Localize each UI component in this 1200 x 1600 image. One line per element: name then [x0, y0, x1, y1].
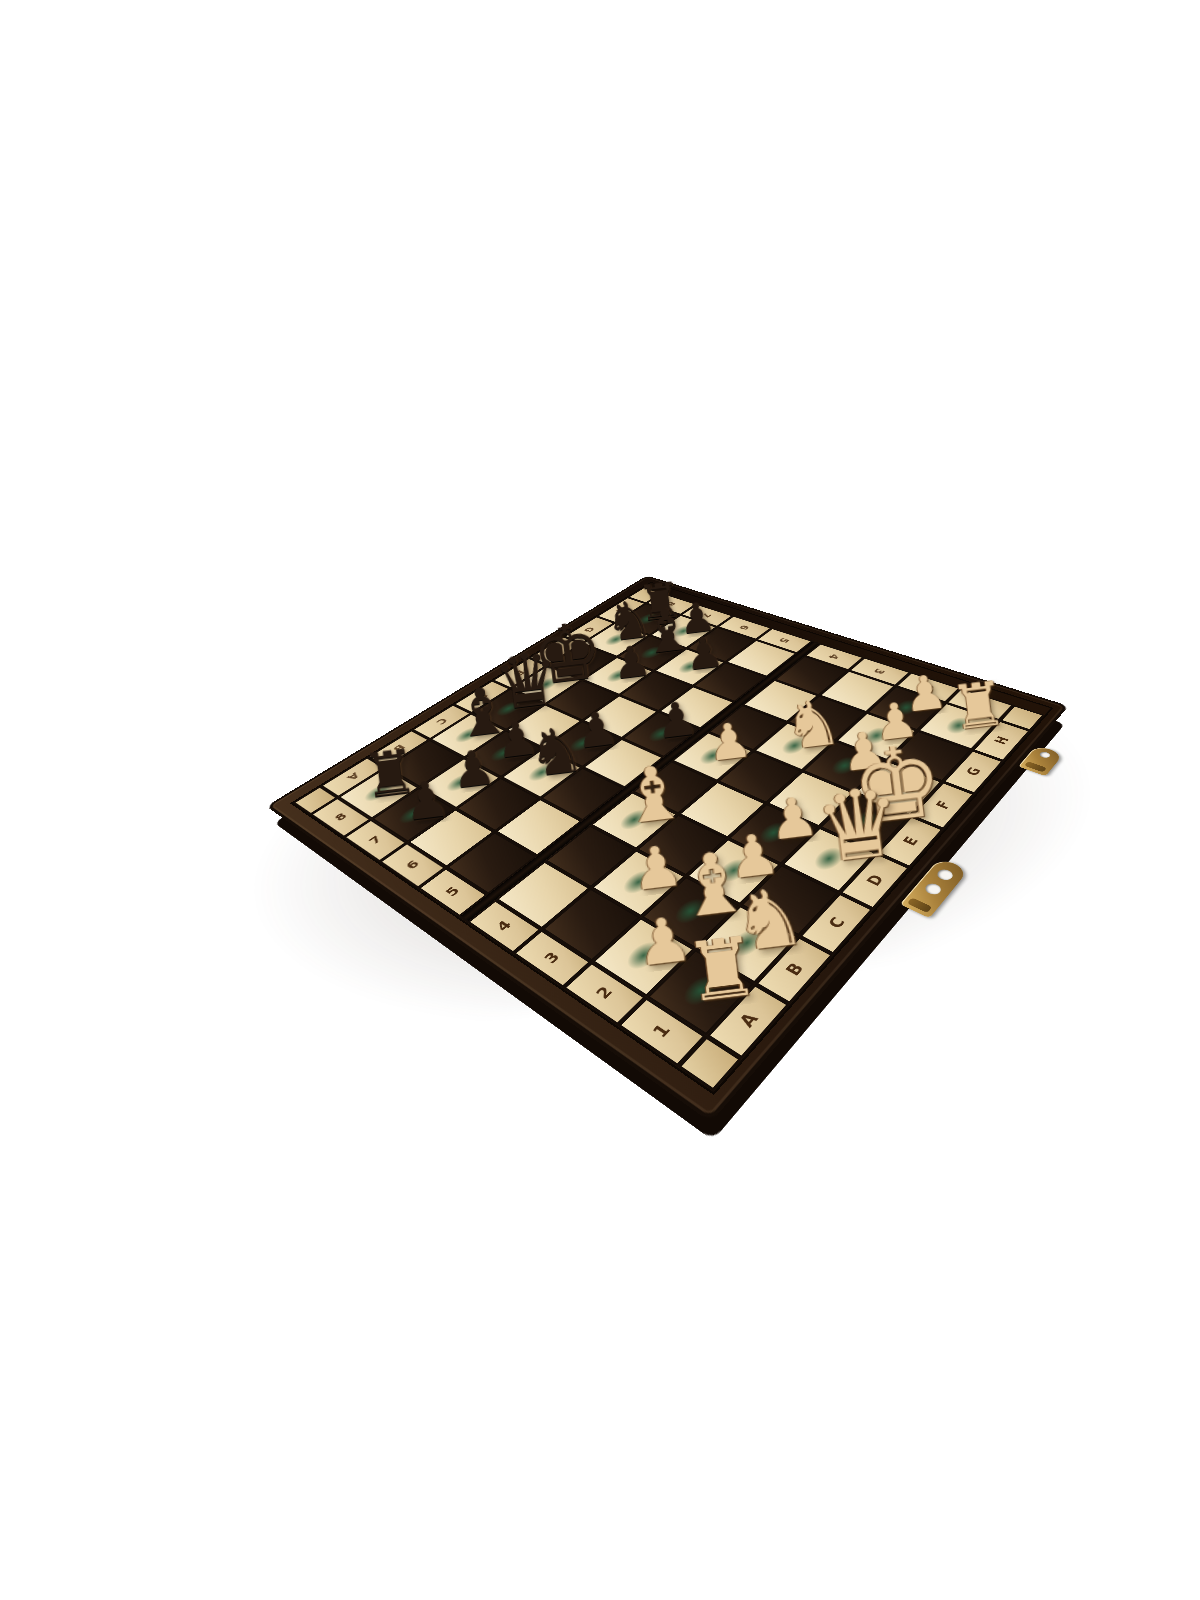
piece-white-pawn-e4[interactable]: ♟	[699, 716, 759, 769]
rank-label-left-3-text: 3	[541, 949, 564, 966]
piece-white-knight-f3[interactable]: ♞	[781, 692, 843, 758]
piece-white-bishop-c4[interactable]: ♝	[616, 757, 684, 835]
rank-label-left-6-text: 6	[403, 858, 422, 871]
rank-label-left-5-text: 5	[442, 884, 462, 898]
piece-black-pawn-a7[interactable]: ♟	[396, 774, 458, 829]
file-label-far-a-text: A	[344, 771, 362, 782]
rank-label-right-4-text: 4	[826, 653, 843, 661]
file-label-near-c-text: C	[824, 914, 848, 931]
rank-label-left-2-text: 2	[592, 983, 616, 1001]
piece-white-rook-h1[interactable]: ♜	[948, 674, 1010, 739]
piece-black-pawn-g6[interactable]: ♟	[678, 630, 731, 676]
file-label-near-d-text: D	[863, 872, 887, 888]
rank-label-left-4-text: 4	[493, 918, 514, 934]
file-label-near-h-text: H	[991, 735, 1012, 746]
piece-black-pawn-e5[interactable]: ♟	[648, 695, 706, 746]
piece-white-queen-d1[interactable]: ♛	[811, 778, 886, 876]
file-label-near-g-text: G	[963, 765, 985, 777]
piece-black-pawn-f7[interactable]: ♟	[605, 639, 658, 685]
rank-label-left-7-text: 7	[366, 834, 384, 846]
rank-label-left-1-text: 1	[649, 1021, 674, 1041]
rank-label-left-8-text: 8	[332, 811, 350, 823]
file-label-near-a-text: A	[735, 1010, 762, 1031]
piece-black-knight-c6[interactable]: ♞	[524, 720, 586, 786]
product-photo-page: ABCDEFGH8♜♝♛♚♞♜87♟♟♟♟♝♟76♞♟♟65♟54♝♟43♟♞3…	[0, 0, 1200, 1600]
rank-label-right-6-text: 6	[737, 624, 753, 631]
rank-label-right-3-text: 3	[871, 667, 889, 675]
piece-white-rook-a1[interactable]: ♜	[681, 927, 763, 1013]
rank-label-right-5-text: 5	[776, 637, 792, 644]
file-label-far-c-text: C	[434, 717, 450, 726]
file-label-near-b-text: B	[782, 960, 808, 979]
